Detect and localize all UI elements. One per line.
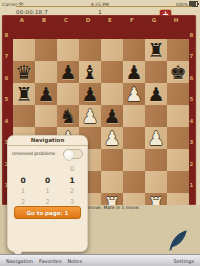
- square-e5[interactable]: ♟: [101, 105, 123, 127]
- picker-digit[interactable]: [15, 164, 31, 175]
- square-c7[interactable]: ♟: [57, 61, 79, 83]
- black-pawn-b6[interactable]: ♟: [35, 83, 57, 105]
- square-h3[interactable]: [167, 149, 189, 171]
- square-b6[interactable]: ♟: [35, 83, 57, 105]
- unsolved-problems-label: Unsolved problems: [12, 151, 55, 156]
- square-b8[interactable]: [35, 39, 57, 61]
- page-number-picker[interactable]: 0120120123: [7, 162, 88, 208]
- file-labels-top: ABCDEFGH: [11, 15, 187, 24]
- rank-label-6: 6: [2, 67, 11, 89]
- black-rook-a6[interactable]: ♜: [13, 83, 35, 105]
- file-label-c: C: [55, 15, 77, 24]
- toolbar-item-navigation[interactable]: Navigation: [6, 258, 33, 264]
- square-e3[interactable]: [101, 149, 123, 171]
- file-label-b: B: [33, 15, 55, 24]
- white-pawn-g4[interactable]: ♟: [145, 127, 167, 149]
- square-g2[interactable]: [145, 171, 167, 193]
- picker-digit[interactable]: 2: [64, 186, 80, 197]
- picker-digit[interactable]: [40, 164, 56, 175]
- square-a6[interactable]: ♜: [13, 83, 35, 105]
- picker-digit[interactable]: 1: [40, 186, 56, 197]
- black-pawn-e5[interactable]: ♟: [101, 105, 123, 127]
- file-label-f: F: [121, 15, 143, 24]
- square-e6[interactable]: [101, 83, 123, 105]
- square-f4[interactable]: [123, 127, 145, 149]
- white-pawn-d5[interactable]: ♟: [79, 105, 101, 127]
- square-f7[interactable]: ♟: [123, 61, 145, 83]
- square-d6[interactable]: ♟: [79, 83, 101, 105]
- file-label-a: A: [11, 15, 33, 24]
- progress-track[interactable]: [16, 6, 192, 7]
- bottom-toolbar: NavigationFavoritesNotesSettings: [0, 254, 200, 266]
- square-h8[interactable]: [167, 39, 189, 61]
- square-f2[interactable]: [123, 171, 145, 193]
- file-label-d: D: [77, 15, 99, 24]
- rank-label-5: 5: [2, 89, 11, 111]
- app-screen: Carrier 4:25 PM 100% 00:00:18.7 1 + ABCD…: [0, 0, 200, 266]
- square-f3[interactable]: [123, 149, 145, 171]
- square-d7[interactable]: ♝: [79, 61, 101, 83]
- square-d8[interactable]: [79, 39, 101, 61]
- white-pawn-e4[interactable]: ♟: [101, 127, 123, 149]
- square-g7[interactable]: [145, 61, 167, 83]
- square-h5[interactable]: [167, 105, 189, 127]
- black-bishop-d7[interactable]: ♝: [79, 61, 101, 83]
- square-e8[interactable]: [101, 39, 123, 61]
- square-e7[interactable]: [101, 61, 123, 83]
- picker-digit[interactable]: 1: [64, 175, 80, 186]
- picker-digit[interactable]: 0: [40, 175, 56, 186]
- toolbar-item-settings[interactable]: Settings: [173, 258, 194, 264]
- square-a8[interactable]: [13, 39, 35, 61]
- picker-digit[interactable]: 1: [15, 186, 31, 197]
- square-f6[interactable]: ♟: [123, 83, 145, 105]
- black-pawn-c7[interactable]: ♟: [57, 61, 79, 83]
- square-b5[interactable]: [35, 105, 57, 127]
- black-pawn-g6[interactable]: ♟: [145, 83, 167, 105]
- unsolved-problems-toggle[interactable]: [63, 149, 83, 159]
- square-h6[interactable]: [167, 83, 189, 105]
- square-g8[interactable]: ♜: [145, 39, 167, 61]
- square-g6[interactable]: ♟: [145, 83, 167, 105]
- popover-title: Navigation: [7, 135, 88, 146]
- square-c5[interactable]: ♞: [57, 105, 79, 127]
- picker-digit[interactable]: 0: [15, 175, 31, 186]
- puzzle-caption: move. Mate in 1 move.: [88, 205, 140, 210]
- square-a5[interactable]: [13, 105, 35, 127]
- square-h7[interactable]: ♚: [167, 61, 189, 83]
- square-g4[interactable]: ♟: [145, 127, 167, 149]
- white-pawn-f6[interactable]: ♟: [123, 83, 145, 105]
- toolbar-item-notes[interactable]: Notes: [68, 258, 82, 264]
- black-knight-c5[interactable]: ♞: [57, 105, 79, 127]
- square-h4[interactable]: [167, 127, 189, 149]
- square-g3[interactable]: [145, 149, 167, 171]
- square-g5[interactable]: [145, 105, 167, 127]
- picker-wheel-0[interactable]: 012: [15, 164, 31, 208]
- black-pawn-d6[interactable]: ♟: [79, 83, 101, 105]
- square-b7[interactable]: [35, 61, 57, 83]
- square-a7[interactable]: ♛: [13, 61, 35, 83]
- square-f8[interactable]: [123, 39, 145, 61]
- file-label-g: G: [143, 15, 165, 24]
- rank-label-8: 8: [2, 24, 11, 46]
- picker-wheel-2[interactable]: 0123: [64, 164, 80, 208]
- black-king-h7[interactable]: ♚: [167, 61, 189, 83]
- toggle-knob[interactable]: [64, 150, 74, 160]
- file-label-h: H: [165, 15, 187, 24]
- square-f5[interactable]: [123, 105, 145, 127]
- quill-icon[interactable]: [164, 228, 190, 254]
- square-e2[interactable]: [101, 171, 123, 193]
- rank-label-4: 4: [2, 110, 11, 132]
- picker-digit[interactable]: 0: [64, 164, 80, 175]
- square-d5[interactable]: ♟: [79, 105, 101, 127]
- navigation-popover: Navigation Unsolved problems 0120120123 …: [7, 135, 88, 252]
- black-pawn-f7[interactable]: ♟: [123, 61, 145, 83]
- square-h2[interactable]: [167, 171, 189, 193]
- black-queen-a7[interactable]: ♛: [13, 61, 35, 83]
- square-e4[interactable]: ♟: [101, 127, 123, 149]
- square-c6[interactable]: [57, 83, 79, 105]
- toolbar-item-favorites[interactable]: Favorites: [39, 258, 62, 264]
- black-rook-g8[interactable]: ♜: [145, 39, 167, 61]
- go-to-page-button[interactable]: Go to page: 1: [14, 206, 81, 219]
- unsolved-problems-row: Unsolved problems: [7, 146, 88, 162]
- rank-label-7: 7: [2, 46, 11, 68]
- file-label-e: E: [99, 15, 121, 24]
- picker-wheel-1[interactable]: 012: [40, 164, 56, 208]
- square-c8[interactable]: [57, 39, 79, 61]
